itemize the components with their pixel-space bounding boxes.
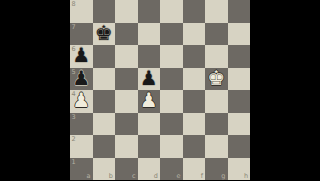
square-e3[interactable] <box>160 113 183 136</box>
square-d1[interactable]: d <box>138 158 161 181</box>
file-label-b: b <box>109 173 113 180</box>
rank-label-5: 5 <box>72 69 76 76</box>
square-a2[interactable]: 2 <box>70 135 93 158</box>
file-label-g: g <box>221 173 225 180</box>
rank-label-3: 3 <box>72 114 76 121</box>
rank-label-1: 1 <box>72 159 76 166</box>
piece-white-pawn: ♟ <box>140 90 158 110</box>
square-a4[interactable]: 4♟ <box>70 90 93 113</box>
square-a5[interactable]: 5♟ <box>70 68 93 91</box>
square-b1[interactable]: b <box>93 158 116 181</box>
piece-white-king: ♚ <box>207 68 225 88</box>
square-f1[interactable]: f <box>183 158 206 181</box>
square-h1[interactable]: h <box>228 158 251 181</box>
piece-black-pawn: ♟ <box>72 68 90 88</box>
file-label-f: f <box>201 173 203 180</box>
piece-black-king: ♚ <box>95 23 113 43</box>
square-e6[interactable] <box>160 45 183 68</box>
square-e5[interactable] <box>160 68 183 91</box>
square-c4[interactable] <box>115 90 138 113</box>
square-g2[interactable] <box>205 135 228 158</box>
square-h8[interactable] <box>228 0 251 23</box>
square-c1[interactable]: c <box>115 158 138 181</box>
square-f6[interactable] <box>183 45 206 68</box>
letterbox-right <box>250 0 320 180</box>
square-h7[interactable] <box>228 23 251 46</box>
square-b6[interactable] <box>93 45 116 68</box>
square-c5[interactable] <box>115 68 138 91</box>
square-f7[interactable] <box>183 23 206 46</box>
square-d6[interactable] <box>138 45 161 68</box>
letterbox-left <box>0 0 70 180</box>
square-h6[interactable] <box>228 45 251 68</box>
square-a7[interactable]: 7 <box>70 23 93 46</box>
square-f8[interactable] <box>183 0 206 23</box>
square-h3[interactable] <box>228 113 251 136</box>
square-e4[interactable] <box>160 90 183 113</box>
square-b2[interactable] <box>93 135 116 158</box>
square-e2[interactable] <box>160 135 183 158</box>
rank-label-4: 4 <box>72 91 76 98</box>
square-a8[interactable]: 8 <box>70 0 93 23</box>
square-c8[interactable] <box>115 0 138 23</box>
rank-label-7: 7 <box>72 24 76 31</box>
square-d8[interactable] <box>138 0 161 23</box>
video-frame: 87♚6♟5♟♟♚4♟♟321abcdefgh <box>0 0 320 180</box>
square-e7[interactable] <box>160 23 183 46</box>
square-e1[interactable]: e <box>160 158 183 181</box>
square-b7[interactable]: ♚ <box>93 23 116 46</box>
rank-label-6: 6 <box>72 46 76 53</box>
square-d7[interactable] <box>138 23 161 46</box>
rank-label-2: 2 <box>72 136 76 143</box>
square-c7[interactable] <box>115 23 138 46</box>
square-d4[interactable]: ♟ <box>138 90 161 113</box>
square-a1[interactable]: 1a <box>70 158 93 181</box>
square-c2[interactable] <box>115 135 138 158</box>
file-label-h: h <box>244 173 248 180</box>
square-d5[interactable]: ♟ <box>138 68 161 91</box>
square-g1[interactable]: g <box>205 158 228 181</box>
piece-black-pawn: ♟ <box>72 45 90 65</box>
square-b3[interactable] <box>93 113 116 136</box>
square-a6[interactable]: 6♟ <box>70 45 93 68</box>
square-c6[interactable] <box>115 45 138 68</box>
square-g8[interactable] <box>205 0 228 23</box>
square-g5[interactable]: ♚ <box>205 68 228 91</box>
piece-white-pawn: ♟ <box>72 90 90 110</box>
square-g3[interactable] <box>205 113 228 136</box>
square-e8[interactable] <box>160 0 183 23</box>
file-label-c: c <box>132 173 136 180</box>
square-g7[interactable] <box>205 23 228 46</box>
file-label-e: e <box>177 173 181 180</box>
square-f3[interactable] <box>183 113 206 136</box>
square-b4[interactable] <box>93 90 116 113</box>
square-g4[interactable] <box>205 90 228 113</box>
square-f4[interactable] <box>183 90 206 113</box>
square-d3[interactable] <box>138 113 161 136</box>
square-b5[interactable] <box>93 68 116 91</box>
piece-black-pawn: ♟ <box>140 68 158 88</box>
square-b8[interactable] <box>93 0 116 23</box>
square-d2[interactable] <box>138 135 161 158</box>
square-f5[interactable] <box>183 68 206 91</box>
file-label-d: d <box>154 173 158 180</box>
square-f2[interactable] <box>183 135 206 158</box>
square-h5[interactable] <box>228 68 251 91</box>
file-label-a: a <box>87 173 91 180</box>
square-a3[interactable]: 3 <box>70 113 93 136</box>
square-g6[interactable] <box>205 45 228 68</box>
square-h2[interactable] <box>228 135 251 158</box>
chess-board: 87♚6♟5♟♟♚4♟♟321abcdefgh <box>70 0 250 180</box>
square-h4[interactable] <box>228 90 251 113</box>
square-c3[interactable] <box>115 113 138 136</box>
rank-label-8: 8 <box>72 1 76 8</box>
